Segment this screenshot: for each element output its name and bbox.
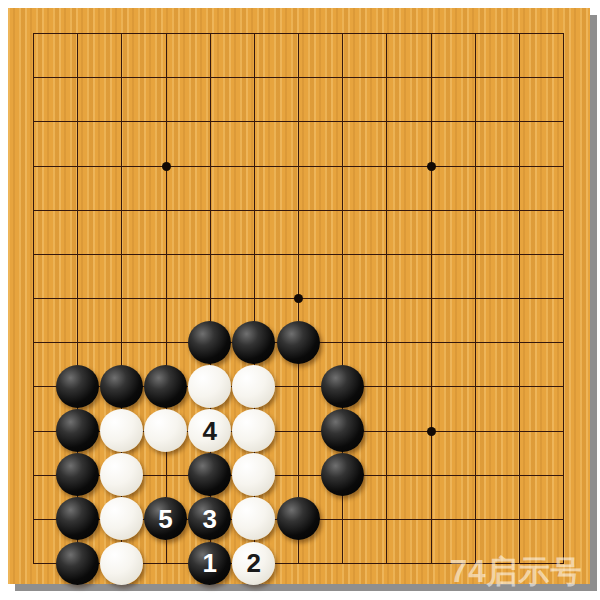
white-stone[interactable] (188, 365, 231, 408)
star-point (162, 162, 171, 171)
black-stone[interactable] (188, 321, 231, 364)
grid-line-vertical (431, 33, 432, 564)
black-stone-move-3[interactable]: 3 (188, 497, 231, 540)
black-stone[interactable] (321, 365, 364, 408)
white-stone[interactable] (232, 409, 275, 452)
black-stone[interactable] (321, 453, 364, 496)
white-stone[interactable] (232, 453, 275, 496)
black-stone[interactable] (232, 321, 275, 364)
black-stone[interactable] (56, 542, 99, 585)
black-stone[interactable] (144, 365, 187, 408)
black-stone-move-1[interactable]: 1 (188, 542, 231, 585)
white-stone[interactable] (100, 409, 143, 452)
black-stone-move-5[interactable]: 5 (144, 497, 187, 540)
white-stone[interactable] (232, 365, 275, 408)
white-stone-move-2[interactable]: 2 (232, 542, 275, 585)
white-stone[interactable] (100, 497, 143, 540)
black-stone[interactable] (188, 453, 231, 496)
white-stone-move-4[interactable]: 4 (188, 409, 231, 452)
white-stone[interactable] (232, 497, 275, 540)
grid-line-vertical (563, 33, 564, 564)
white-stone[interactable] (100, 453, 143, 496)
black-stone[interactable] (56, 409, 99, 452)
white-stone[interactable] (144, 409, 187, 452)
board-grid: 45312 (33, 33, 564, 564)
star-point (294, 294, 303, 303)
black-stone[interactable] (56, 497, 99, 540)
black-stone[interactable] (277, 497, 320, 540)
black-stone[interactable] (277, 321, 320, 364)
star-point (427, 162, 436, 171)
star-point (427, 427, 436, 436)
black-stone[interactable] (56, 453, 99, 496)
black-stone[interactable] (56, 365, 99, 408)
page: 45312 74启示号 (0, 0, 600, 600)
go-board[interactable]: 45312 (8, 8, 590, 584)
black-stone[interactable] (100, 365, 143, 408)
black-stone[interactable] (321, 409, 364, 452)
grid-line-vertical (475, 33, 476, 564)
white-stone[interactable] (100, 542, 143, 585)
grid-line-vertical (519, 33, 520, 564)
grid-line-vertical (386, 33, 387, 564)
